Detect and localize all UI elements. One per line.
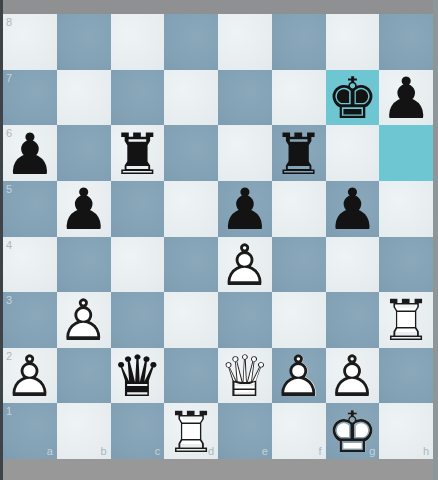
white-rook-d1[interactable]: ♜♖: [164, 403, 218, 459]
white-pawn-icon-fill: ♟: [218, 238, 272, 293]
square-c7[interactable]: [111, 70, 165, 126]
rank-label-3: 3: [6, 294, 12, 306]
white-pawn-icon: ♙: [3, 349, 57, 404]
square-e4[interactable]: ♟♙: [218, 237, 272, 293]
square-g2[interactable]: ♟♙: [326, 348, 380, 404]
file-label-f: f: [318, 445, 321, 457]
square-f2[interactable]: ♟♙: [272, 348, 326, 404]
rank-label-7: 7: [6, 72, 12, 84]
black-pawn-g5[interactable]: ♟: [326, 181, 380, 237]
square-d1[interactable]: d♜♖: [164, 403, 218, 459]
square-g7[interactable]: ♚: [326, 70, 380, 126]
square-a2[interactable]: 2♟♙: [3, 348, 57, 404]
black-rook-c6[interactable]: ♜: [111, 125, 165, 181]
square-c6[interactable]: ♜: [111, 125, 165, 181]
white-pawn-icon-fill: ♟: [57, 293, 111, 348]
video-frame: 87♚♟6♟♜♜5♟♟♟4♟♙3♟♙♜♖2♟♙♛♛♕♟♙♟♙1abcd♜♖efg…: [0, 0, 438, 480]
white-rook-icon-fill: ♜: [379, 293, 433, 348]
square-b4[interactable]: [57, 237, 111, 293]
square-e5[interactable]: ♟: [218, 181, 272, 237]
white-pawn-icon: ♙: [272, 349, 326, 404]
square-a3[interactable]: 3: [3, 292, 57, 348]
rank-label-5: 5: [6, 183, 12, 195]
black-rook-f6[interactable]: ♜: [272, 125, 326, 181]
square-b7[interactable]: [57, 70, 111, 126]
white-king-icon-fill: ♚: [326, 404, 380, 459]
square-h6[interactable]: [379, 125, 433, 181]
white-pawn-icon: ♙: [326, 349, 380, 404]
square-a5[interactable]: 5: [3, 181, 57, 237]
square-b8[interactable]: [57, 14, 111, 70]
black-pawn-b5[interactable]: ♟: [57, 181, 111, 237]
square-e8[interactable]: [218, 14, 272, 70]
rank-label-1: 1: [6, 405, 12, 417]
white-queen-icon: ♕: [218, 349, 272, 404]
square-f3[interactable]: [272, 292, 326, 348]
black-pawn-icon: ♟: [57, 182, 111, 237]
white-pawn-icon-fill: ♟: [326, 349, 380, 404]
white-pawn-icon-fill: ♟: [272, 349, 326, 404]
square-c2[interactable]: ♛: [111, 348, 165, 404]
square-d8[interactable]: [164, 14, 218, 70]
black-pawn-h7[interactable]: ♟: [379, 70, 433, 126]
square-h3[interactable]: ♜♖: [379, 292, 433, 348]
black-pawn-icon: ♟: [326, 182, 380, 237]
black-rook-icon: ♜: [272, 126, 326, 181]
square-f1[interactable]: f: [272, 403, 326, 459]
square-d2[interactable]: [164, 348, 218, 404]
file-label-b: b: [100, 445, 106, 457]
square-h2[interactable]: [379, 348, 433, 404]
square-c8[interactable]: [111, 14, 165, 70]
white-pawn-a2[interactable]: ♟♙: [3, 348, 57, 404]
white-king-icon: ♔: [326, 404, 380, 459]
white-pawn-f2[interactable]: ♟♙: [272, 348, 326, 404]
left-letterbox-strip: [0, 0, 3, 480]
black-rook-icon: ♜: [111, 126, 165, 181]
square-c4[interactable]: [111, 237, 165, 293]
white-pawn-icon: ♙: [218, 238, 272, 293]
chess-board[interactable]: 87♚♟6♟♜♜5♟♟♟4♟♙3♟♙♜♖2♟♙♛♛♕♟♙♟♙1abcd♜♖efg…: [3, 14, 433, 459]
white-queen-icon-fill: ♛: [218, 349, 272, 404]
square-a7[interactable]: 7: [3, 70, 57, 126]
black-pawn-icon: ♟: [3, 126, 57, 181]
white-rook-icon: ♖: [379, 293, 433, 348]
black-king-icon: ♚: [326, 71, 380, 126]
square-f6[interactable]: ♜: [272, 125, 326, 181]
square-b3[interactable]: ♟♙: [57, 292, 111, 348]
square-e2[interactable]: ♛♕: [218, 348, 272, 404]
file-label-c: c: [155, 445, 161, 457]
square-h8[interactable]: [379, 14, 433, 70]
black-pawn-icon: ♟: [379, 71, 433, 126]
white-pawn-e4[interactable]: ♟♙: [218, 237, 272, 293]
square-e1[interactable]: e: [218, 403, 272, 459]
square-f8[interactable]: [272, 14, 326, 70]
white-king-g1[interactable]: ♚♔: [326, 403, 380, 459]
white-pawn-icon: ♙: [57, 293, 111, 348]
square-d5[interactable]: [164, 181, 218, 237]
white-rook-icon: ♖: [164, 404, 218, 459]
square-b5[interactable]: ♟: [57, 181, 111, 237]
square-f4[interactable]: [272, 237, 326, 293]
square-h4[interactable]: [379, 237, 433, 293]
square-b2[interactable]: [57, 348, 111, 404]
black-queen-c2[interactable]: ♛: [111, 348, 165, 404]
square-g6[interactable]: [326, 125, 380, 181]
square-d4[interactable]: [164, 237, 218, 293]
square-g5[interactable]: ♟: [326, 181, 380, 237]
black-king-g7[interactable]: ♚: [326, 70, 380, 126]
square-d3[interactable]: [164, 292, 218, 348]
square-g1[interactable]: g♚♔: [326, 403, 380, 459]
square-e7[interactable]: [218, 70, 272, 126]
white-pawn-icon-fill: ♟: [3, 349, 57, 404]
rank-label-8: 8: [6, 16, 12, 28]
square-h7[interactable]: ♟: [379, 70, 433, 126]
square-e3[interactable]: [218, 292, 272, 348]
right-letterbox-strip: [433, 0, 438, 480]
rank-label-4: 4: [6, 239, 12, 251]
square-c5[interactable]: [111, 181, 165, 237]
file-label-h: h: [423, 445, 429, 457]
square-d6[interactable]: [164, 125, 218, 181]
top-letterbox-bar: [0, 0, 438, 14]
square-b1[interactable]: b: [57, 403, 111, 459]
square-f5[interactable]: [272, 181, 326, 237]
square-d7[interactable]: [164, 70, 218, 126]
white-rook-h3[interactable]: ♜♖: [379, 292, 433, 348]
square-g4[interactable]: [326, 237, 380, 293]
square-h5[interactable]: [379, 181, 433, 237]
file-label-a: a: [47, 445, 53, 457]
black-pawn-icon: ♟: [218, 182, 272, 237]
white-pawn-g2[interactable]: ♟♙: [326, 348, 380, 404]
square-e6[interactable]: [218, 125, 272, 181]
square-c3[interactable]: [111, 292, 165, 348]
square-a1[interactable]: 1a: [3, 403, 57, 459]
black-pawn-e5[interactable]: ♟: [218, 181, 272, 237]
black-queen-icon: ♛: [111, 349, 165, 404]
white-pawn-b3[interactable]: ♟♙: [57, 292, 111, 348]
square-g3[interactable]: [326, 292, 380, 348]
square-a8[interactable]: 8: [3, 14, 57, 70]
square-h1[interactable]: h: [379, 403, 433, 459]
black-pawn-a6[interactable]: ♟: [3, 125, 57, 181]
square-a4[interactable]: 4: [3, 237, 57, 293]
white-queen-e2[interactable]: ♛♕: [218, 348, 272, 404]
square-f7[interactable]: [272, 70, 326, 126]
file-label-e: e: [262, 445, 268, 457]
square-b6[interactable]: [57, 125, 111, 181]
square-c1[interactable]: c: [111, 403, 165, 459]
square-g8[interactable]: [326, 14, 380, 70]
bottom-letterbox-bar: [0, 459, 438, 480]
white-rook-icon-fill: ♜: [164, 404, 218, 459]
square-a6[interactable]: 6♟: [3, 125, 57, 181]
